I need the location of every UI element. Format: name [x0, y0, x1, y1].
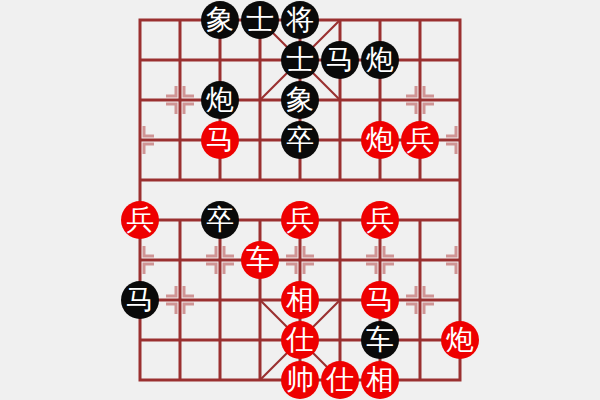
piece-red-soldier[interactable]: 兵	[401, 121, 439, 159]
piece-black-general[interactable]: 将	[281, 1, 319, 39]
piece-black-chariot[interactable]: 车	[361, 321, 399, 359]
piece-black-advisor[interactable]: 士	[241, 1, 279, 39]
piece-black-horse[interactable]: 马	[121, 281, 159, 319]
piece-red-elephant[interactable]: 相	[281, 281, 319, 319]
piece-black-cannon[interactable]: 炮	[201, 81, 239, 119]
piece-black-horse[interactable]: 马	[321, 41, 359, 79]
piece-black-soldier[interactable]: 卒	[201, 201, 239, 239]
xiangqi-board[interactable]: 象士将士马炮炮象马卒炮兵兵卒兵兵车马相马仕车炮帅仕相	[0, 0, 600, 400]
piece-red-horse[interactable]: 马	[201, 121, 239, 159]
piece-red-horse[interactable]: 马	[361, 281, 399, 319]
piece-black-soldier[interactable]: 卒	[281, 121, 319, 159]
piece-red-cannon[interactable]: 炮	[361, 121, 399, 159]
piece-red-chariot[interactable]: 车	[241, 241, 279, 279]
piece-red-soldier[interactable]: 兵	[121, 201, 159, 239]
piece-red-elephant[interactable]: 相	[361, 361, 399, 399]
xiangqi-app: 象士将士马炮炮象马卒炮兵兵卒兵兵车马相马仕车炮帅仕相	[0, 0, 600, 400]
piece-black-elephant[interactable]: 象	[201, 1, 239, 39]
piece-red-advisor[interactable]: 仕	[321, 361, 359, 399]
piece-black-elephant[interactable]: 象	[281, 81, 319, 119]
piece-black-advisor[interactable]: 士	[281, 41, 319, 79]
piece-red-soldier[interactable]: 兵	[281, 201, 319, 239]
piece-black-cannon[interactable]: 炮	[361, 41, 399, 79]
piece-red-cannon[interactable]: 炮	[441, 321, 479, 359]
piece-red-general[interactable]: 帅	[281, 361, 319, 399]
piece-red-soldier[interactable]: 兵	[361, 201, 399, 239]
piece-red-advisor[interactable]: 仕	[281, 321, 319, 359]
